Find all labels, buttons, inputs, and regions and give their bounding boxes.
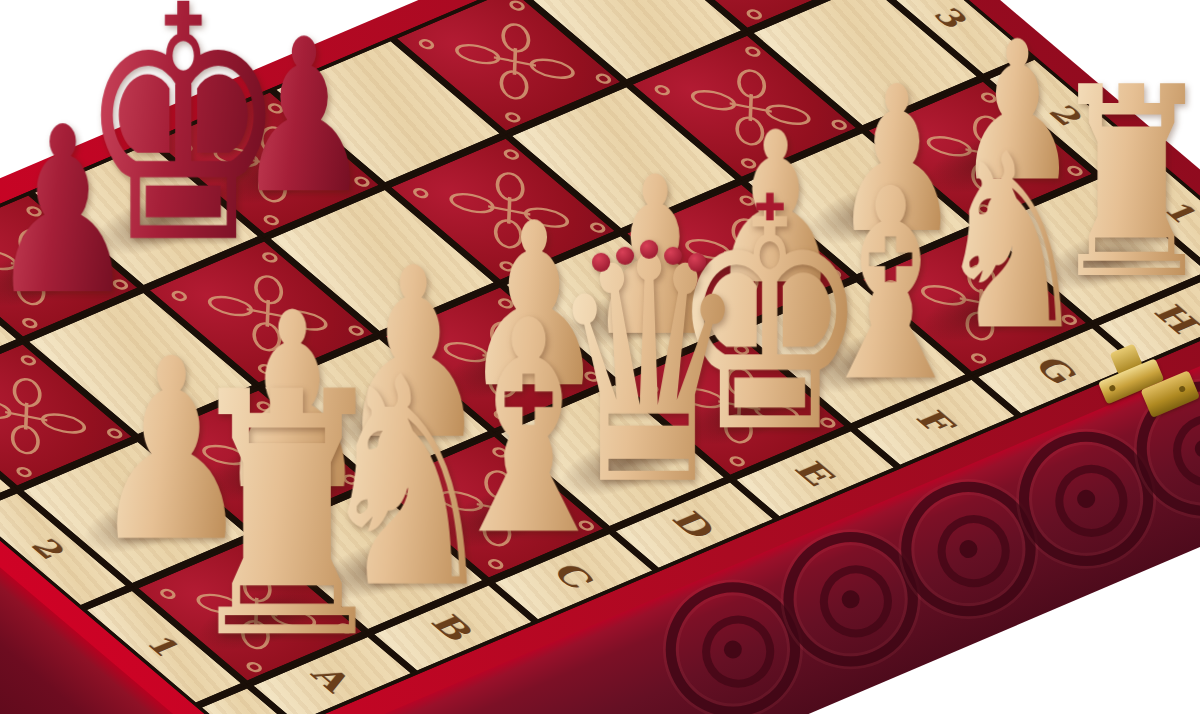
chess-set-photo: ABCDEFGH44332211♜♞♝♛♚✚♝♞♜♟♟♟♟♟♟♟♟♟♚♟	[0, 0, 1200, 714]
piece-glyph-holder: ♜	[157, 341, 417, 641]
light-rook-glyph: ♜	[178, 348, 396, 685]
queen-crown-ball	[688, 253, 707, 272]
